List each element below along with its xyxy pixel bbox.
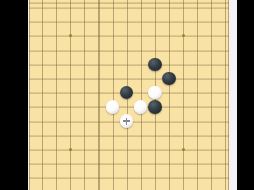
- board-cell[interactable]: [35, 57, 49, 71]
- board-cell[interactable]: [204, 29, 218, 43]
- board-cell[interactable]: [176, 29, 190, 43]
- board-cell[interactable]: [49, 1, 63, 15]
- board-cell[interactable]: [91, 86, 105, 100]
- board-cell[interactable]: [148, 142, 162, 156]
- board-cell[interactable]: [91, 43, 105, 57]
- board-cell[interactable]: [134, 57, 148, 71]
- board-cell[interactable]: [35, 1, 49, 15]
- board-cell[interactable]: [91, 185, 105, 190]
- board-cell[interactable]: [134, 128, 148, 142]
- board-cell[interactable]: [190, 114, 204, 128]
- board-cell[interactable]: [148, 29, 162, 43]
- board-cell[interactable]: [49, 71, 63, 85]
- board-cell[interactable]: [148, 128, 162, 142]
- board-cell[interactable]: [190, 57, 204, 71]
- star-point: [182, 148, 185, 151]
- board-cell[interactable]: [120, 128, 134, 142]
- star-point: [69, 34, 72, 37]
- board-cell[interactable]: [91, 157, 105, 171]
- board-cell[interactable]: [63, 15, 77, 29]
- board-cell[interactable]: [77, 15, 91, 29]
- gomoku-board-grid: [29, 0, 229, 190]
- board-cell[interactable]: [49, 185, 63, 190]
- board-cell[interactable]: [176, 171, 190, 185]
- board-cell[interactable]: [77, 57, 91, 71]
- board-cell[interactable]: [49, 114, 63, 128]
- board-cell[interactable]: [218, 86, 229, 100]
- board-cell[interactable]: [77, 71, 91, 85]
- star-point: [182, 34, 185, 37]
- board-cell[interactable]: [204, 71, 218, 85]
- board-cell[interactable]: [162, 142, 176, 156]
- board-cell[interactable]: [106, 15, 120, 29]
- board-cell[interactable]: [35, 100, 49, 114]
- board-cell[interactable]: [63, 157, 77, 171]
- board-cell[interactable]: [35, 142, 49, 156]
- board-cell[interactable]: [35, 171, 49, 185]
- board-cell[interactable]: [120, 114, 134, 128]
- board-cell[interactable]: [63, 43, 77, 57]
- board-cell[interactable]: [63, 128, 77, 142]
- board-cell[interactable]: [176, 1, 190, 15]
- board-cell[interactable]: [106, 29, 120, 43]
- board-cell[interactable]: [218, 171, 229, 185]
- board-cell[interactable]: [91, 29, 105, 43]
- board-cell[interactable]: [106, 185, 120, 190]
- board-cell[interactable]: [91, 100, 105, 114]
- board-cell[interactable]: [77, 86, 91, 100]
- board-cell[interactable]: [204, 157, 218, 171]
- board-cell[interactable]: [204, 114, 218, 128]
- board-cell[interactable]: [176, 15, 190, 29]
- board-cell[interactable]: [120, 86, 134, 100]
- board-cell[interactable]: [77, 100, 91, 114]
- board-cell[interactable]: [134, 114, 148, 128]
- board-cell[interactable]: [204, 142, 218, 156]
- board-cell[interactable]: [190, 29, 204, 43]
- board-cell[interactable]: [91, 15, 105, 29]
- board-cell[interactable]: [35, 15, 49, 29]
- board-cell[interactable]: [204, 43, 218, 57]
- board-cell[interactable]: [63, 29, 77, 43]
- white-stone: [134, 100, 147, 113]
- board-cell[interactable]: [148, 114, 162, 128]
- star-point: [69, 148, 72, 151]
- board-cell[interactable]: [35, 185, 49, 190]
- board-cell[interactable]: [148, 100, 162, 114]
- board-cell[interactable]: [176, 43, 190, 57]
- board-cell[interactable]: [35, 29, 49, 43]
- board-cell[interactable]: [120, 157, 134, 171]
- board-cell[interactable]: [63, 100, 77, 114]
- board-cell[interactable]: [190, 86, 204, 100]
- board-cell[interactable]: [162, 171, 176, 185]
- board-cell[interactable]: [120, 43, 134, 57]
- board-cell[interactable]: [106, 43, 120, 57]
- board-cell[interactable]: [49, 157, 63, 171]
- board-cell[interactable]: [49, 86, 63, 100]
- board-cell[interactable]: [190, 128, 204, 142]
- video-thumbnail: [0, 0, 254, 190]
- board-cell[interactable]: [120, 71, 134, 85]
- board-cell[interactable]: [204, 100, 218, 114]
- board-cell[interactable]: [176, 57, 190, 71]
- board-cell[interactable]: [162, 29, 176, 43]
- board-cell[interactable]: [134, 15, 148, 29]
- app-frame: [28, 0, 237, 190]
- board-cell[interactable]: [148, 86, 162, 100]
- board-cell[interactable]: [63, 71, 77, 85]
- board-cell[interactable]: [35, 128, 49, 142]
- board-cell[interactable]: [134, 157, 148, 171]
- board-cell[interactable]: [218, 1, 229, 15]
- board-cell[interactable]: [106, 142, 120, 156]
- board-cell[interactable]: [134, 185, 148, 190]
- board-cell[interactable]: [162, 185, 176, 190]
- board-cell[interactable]: [162, 157, 176, 171]
- board-cell[interactable]: [49, 171, 63, 185]
- board-cell[interactable]: [49, 29, 63, 43]
- black-stone: [148, 58, 161, 71]
- board-cell[interactable]: [120, 171, 134, 185]
- board-cell[interactable]: [106, 100, 120, 114]
- board-cell[interactable]: [190, 1, 204, 15]
- board-cell[interactable]: [120, 1, 134, 15]
- board-cell[interactable]: [63, 114, 77, 128]
- board-cell[interactable]: [218, 71, 229, 85]
- board-cell[interactable]: [148, 185, 162, 190]
- board-cell[interactable]: [77, 157, 91, 171]
- board-cell[interactable]: [77, 43, 91, 57]
- board-cell[interactable]: [204, 86, 218, 100]
- board-cell[interactable]: [190, 15, 204, 29]
- board-cell[interactable]: [148, 171, 162, 185]
- board-cell[interactable]: [49, 100, 63, 114]
- board-cell[interactable]: [120, 142, 134, 156]
- board-cell[interactable]: [162, 100, 176, 114]
- white-stone: [106, 100, 119, 113]
- board-cell[interactable]: [134, 29, 148, 43]
- board-cell[interactable]: [35, 157, 49, 171]
- white-stone: [148, 86, 161, 99]
- board-cell[interactable]: [218, 142, 229, 156]
- board-cell[interactable]: [148, 71, 162, 85]
- board-cell[interactable]: [91, 114, 105, 128]
- board-cell[interactable]: [190, 157, 204, 171]
- board-cell[interactable]: [120, 100, 134, 114]
- board-cell[interactable]: [63, 142, 77, 156]
- board-cell[interactable]: [190, 71, 204, 85]
- board-cell[interactable]: [77, 142, 91, 156]
- board-cell[interactable]: [204, 171, 218, 185]
- board-cell[interactable]: [134, 43, 148, 57]
- board-cell[interactable]: [190, 142, 204, 156]
- board-cell[interactable]: [204, 57, 218, 71]
- board-cell[interactable]: [35, 43, 49, 57]
- board-cell[interactable]: [106, 171, 120, 185]
- board-cell[interactable]: [49, 57, 63, 71]
- board-cell[interactable]: [106, 86, 120, 100]
- board-cell[interactable]: [162, 1, 176, 15]
- board-cell[interactable]: [77, 29, 91, 43]
- board-cell[interactable]: [204, 1, 218, 15]
- board-cell[interactable]: [120, 57, 134, 71]
- board-cell[interactable]: [218, 57, 229, 71]
- last-move-marker-icon: [123, 118, 130, 125]
- board-cell[interactable]: [134, 100, 148, 114]
- board-cell[interactable]: [176, 100, 190, 114]
- board-cell[interactable]: [120, 29, 134, 43]
- board-cell[interactable]: [77, 114, 91, 128]
- board-cell[interactable]: [190, 43, 204, 57]
- board-cell[interactable]: [134, 142, 148, 156]
- board-cell[interactable]: [148, 15, 162, 29]
- board-cell[interactable]: [106, 157, 120, 171]
- board-cell[interactable]: [162, 57, 176, 71]
- board-cell[interactable]: [134, 1, 148, 15]
- board-cell[interactable]: [35, 114, 49, 128]
- board-cell[interactable]: [91, 128, 105, 142]
- board-cell[interactable]: [218, 100, 229, 114]
- board-cell[interactable]: [162, 128, 176, 142]
- board-cell[interactable]: [162, 86, 176, 100]
- board-cell[interactable]: [162, 15, 176, 29]
- board-cell[interactable]: [176, 86, 190, 100]
- board-cell[interactable]: [134, 171, 148, 185]
- board-cell[interactable]: [49, 15, 63, 29]
- board-cell[interactable]: [148, 1, 162, 15]
- board-cell[interactable]: [218, 185, 229, 190]
- white-stone: [120, 114, 133, 127]
- board-cell[interactable]: [120, 185, 134, 190]
- board-cell[interactable]: [63, 1, 77, 15]
- board-cell[interactable]: [134, 71, 148, 85]
- board-cell[interactable]: [77, 128, 91, 142]
- board-cell[interactable]: [218, 128, 229, 142]
- board-cell[interactable]: [91, 1, 105, 15]
- board-cell[interactable]: [106, 57, 120, 71]
- board-cell[interactable]: [190, 185, 204, 190]
- black-stone: [148, 100, 161, 113]
- board-cell[interactable]: [63, 171, 77, 185]
- black-stone: [120, 86, 133, 99]
- board-cell[interactable]: [77, 1, 91, 15]
- board-cell[interactable]: [35, 71, 49, 85]
- board-cell[interactable]: [63, 185, 77, 190]
- board-cell[interactable]: [106, 1, 120, 15]
- board-cell[interactable]: [190, 100, 204, 114]
- board-cell[interactable]: [218, 29, 229, 43]
- board-cell[interactable]: [63, 57, 77, 71]
- board-cell[interactable]: [162, 114, 176, 128]
- board-cell[interactable]: [218, 157, 229, 171]
- board-cell[interactable]: [106, 114, 120, 128]
- board-cell[interactable]: [176, 185, 190, 190]
- gomoku-board: [29, 0, 229, 190]
- board-cell[interactable]: [91, 57, 105, 71]
- board-cell[interactable]: [49, 128, 63, 142]
- board-cell[interactable]: [91, 171, 105, 185]
- board-cell[interactable]: [77, 171, 91, 185]
- board-cell[interactable]: [176, 142, 190, 156]
- board-cell[interactable]: [204, 185, 218, 190]
- board-cell[interactable]: [176, 157, 190, 171]
- board-cell[interactable]: [176, 128, 190, 142]
- board-cell[interactable]: [204, 128, 218, 142]
- board-cell[interactable]: [77, 185, 91, 190]
- black-stone: [162, 72, 175, 85]
- board-cell[interactable]: [218, 43, 229, 57]
- board-cell[interactable]: [176, 71, 190, 85]
- board-cell[interactable]: [190, 171, 204, 185]
- board-cell[interactable]: [63, 86, 77, 100]
- board-cell[interactable]: [106, 71, 120, 85]
- board-cell[interactable]: [176, 114, 190, 128]
- board-cell[interactable]: [91, 142, 105, 156]
- board-cell[interactable]: [134, 86, 148, 100]
- board-cell[interactable]: [162, 43, 176, 57]
- board-cell[interactable]: [106, 128, 120, 142]
- board-cell[interactable]: [148, 57, 162, 71]
- board-cell[interactable]: [148, 43, 162, 57]
- board-cell[interactable]: [91, 71, 105, 85]
- board-cell[interactable]: [218, 114, 229, 128]
- board-cell[interactable]: [49, 142, 63, 156]
- board-cell[interactable]: [204, 15, 218, 29]
- board-cell[interactable]: [35, 86, 49, 100]
- board-cell[interactable]: [218, 15, 229, 29]
- board-cell[interactable]: [162, 71, 176, 85]
- board-cell[interactable]: [49, 43, 63, 57]
- board-cell[interactable]: [120, 15, 134, 29]
- board-cell[interactable]: [148, 157, 162, 171]
